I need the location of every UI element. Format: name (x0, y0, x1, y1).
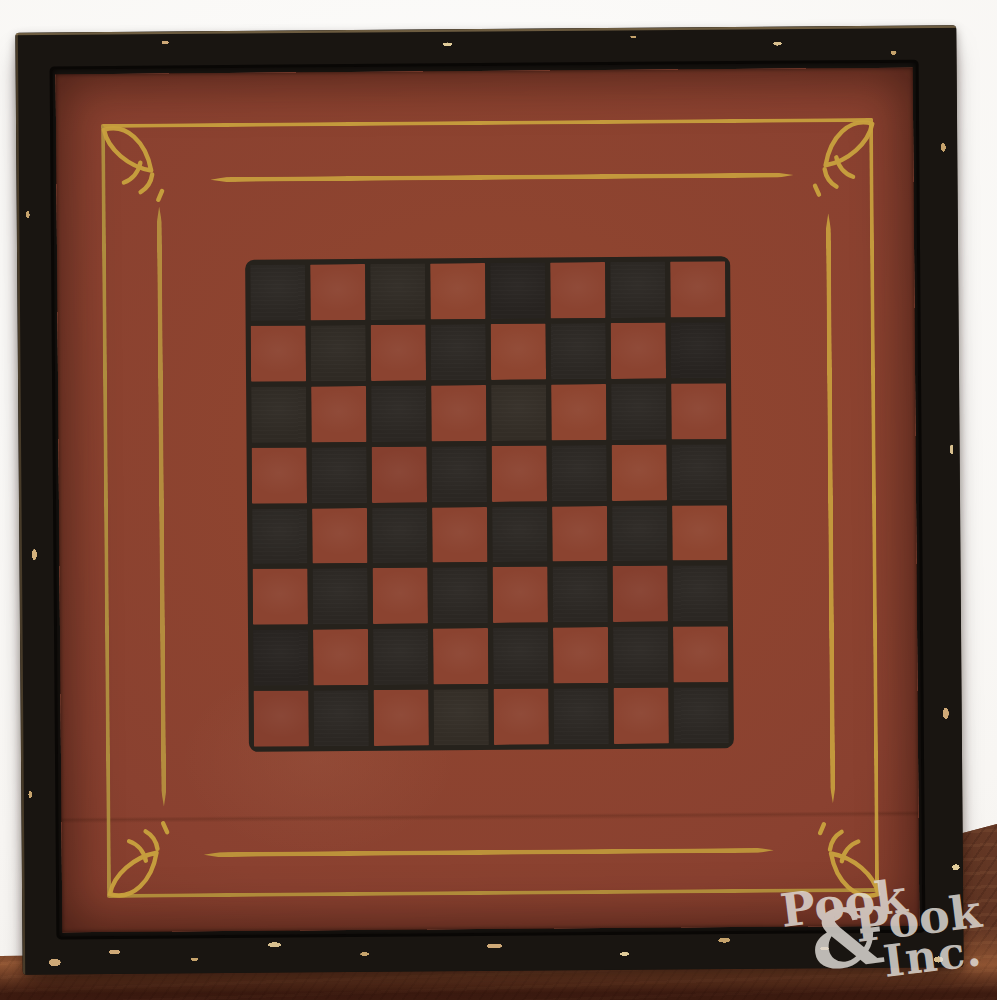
gameboard (15, 25, 963, 974)
square-r3c3 (371, 385, 426, 441)
square-r2c3 (371, 324, 426, 380)
painted-field (56, 68, 920, 933)
checkerboard (245, 256, 734, 752)
square-r2c2 (311, 325, 366, 381)
square-r7c2 (313, 629, 368, 685)
square-r3c5 (491, 384, 546, 440)
square-r2c1 (251, 325, 306, 381)
square-r2c5 (491, 323, 546, 379)
square-r1c2 (310, 264, 365, 320)
square-r2c6 (551, 323, 606, 379)
square-r8c2 (313, 690, 368, 746)
square-r7c3 (373, 629, 428, 685)
square-r1c1 (250, 264, 305, 320)
corner-leaf-motif-icon-bottom-left (102, 814, 191, 903)
square-r6c1 (253, 569, 308, 625)
square-r6c8 (673, 566, 728, 622)
square-r7c1 (253, 630, 308, 686)
square-r2c4 (431, 324, 486, 380)
square-r6c4 (433, 567, 488, 623)
square-r3c8 (671, 383, 726, 439)
corner-leaf-motif-icon-top-left (97, 120, 186, 209)
square-r4c1 (252, 447, 307, 503)
square-r3c1 (251, 386, 306, 442)
square-r7c7 (613, 627, 668, 683)
square-r8c6 (553, 688, 608, 744)
square-r3c2 (311, 386, 366, 442)
square-r4c4 (432, 446, 487, 502)
square-r7c5 (493, 628, 548, 684)
square-r7c8 (673, 626, 728, 682)
square-r6c2 (313, 568, 368, 624)
square-r1c3 (370, 263, 425, 319)
square-r7c4 (433, 628, 488, 684)
square-r7c6 (553, 627, 608, 683)
square-r5c8 (672, 505, 727, 561)
square-r2c7 (611, 322, 666, 378)
square-r3c6 (551, 384, 606, 440)
square-r1c8 (670, 261, 725, 317)
square-r5c7 (612, 505, 667, 561)
square-r5c5 (492, 506, 547, 562)
square-r4c8 (672, 444, 727, 500)
square-r8c7 (613, 688, 668, 744)
square-r8c8 (673, 687, 728, 743)
square-r8c3 (373, 690, 428, 746)
square-r5c4 (432, 507, 487, 563)
corner-leaf-motif-icon-bottom-right (796, 815, 885, 904)
square-r5c1 (252, 508, 307, 564)
square-r6c3 (373, 568, 428, 624)
square-r4c7 (612, 444, 667, 500)
square-r6c6 (553, 566, 608, 622)
square-r5c2 (312, 507, 367, 563)
square-r4c2 (312, 447, 367, 503)
square-r5c6 (552, 506, 607, 562)
square-r3c4 (431, 385, 486, 441)
square-r1c7 (610, 262, 665, 318)
square-r8c1 (253, 691, 308, 747)
square-r1c5 (490, 263, 545, 319)
square-r3c7 (611, 383, 666, 439)
square-r1c4 (430, 263, 485, 319)
square-r1c6 (550, 262, 605, 318)
square-r6c7 (613, 566, 668, 622)
square-r4c6 (552, 445, 607, 501)
square-r4c5 (492, 445, 547, 501)
corner-leaf-motif-icon-top-right (791, 115, 880, 204)
auction-photo: Pook & Pook Inc. (0, 0, 997, 1000)
square-r5c3 (372, 507, 427, 563)
square-r8c5 (493, 689, 548, 745)
square-r4c3 (372, 446, 427, 502)
square-r6c5 (493, 567, 548, 623)
square-r2c8 (671, 322, 726, 378)
square-r8c4 (433, 689, 488, 745)
